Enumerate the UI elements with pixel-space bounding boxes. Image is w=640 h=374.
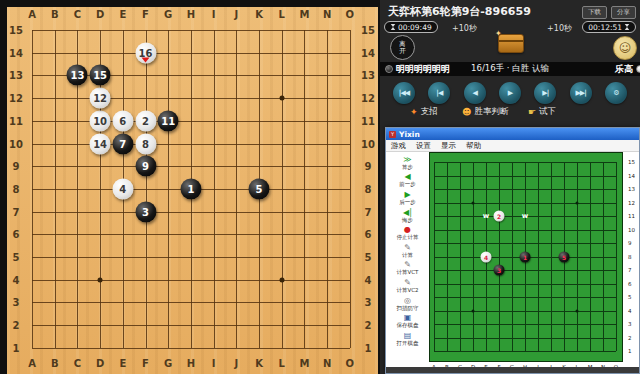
grid-line: [434, 338, 616, 339]
row-label: 11: [361, 115, 375, 126]
toolbar-label: 后一步: [399, 199, 416, 205]
toolbar-算步[interactable]: ≫算步: [386, 154, 429, 172]
grid-line: [32, 348, 350, 349]
stone: 7: [112, 133, 133, 154]
magnifier-icon: ◎: [404, 297, 411, 305]
row-label: 1: [365, 342, 372, 353]
row-label: 1: [628, 348, 632, 354]
grid-line: [590, 162, 591, 351]
row-label: 15: [628, 159, 635, 165]
winrate-button[interactable]: ☻胜率判断: [462, 106, 508, 118]
toolbar-label: 悔步: [402, 217, 413, 223]
grid-line: [32, 234, 350, 235]
prev-move-icon: ◀: [472, 89, 476, 97]
row-label: 9: [628, 240, 632, 246]
row-label: 12: [361, 93, 375, 104]
pencil-icon: ✎: [404, 261, 411, 269]
stone: 14: [90, 133, 111, 154]
column-label: D: [96, 358, 104, 369]
toolbar-停止计算[interactable]: ●停止计算: [386, 224, 429, 242]
row-label: 3: [365, 297, 372, 308]
toolbar-计算VCT[interactable]: ✎计算VCT: [386, 260, 429, 278]
white-stone-icon: [636, 65, 640, 73]
column-label: C: [74, 9, 81, 20]
prev-step-icon: ◀: [404, 173, 410, 181]
toolbar-扫描防守[interactable]: ◎扫描防守: [386, 295, 429, 313]
grid-line: [282, 30, 283, 348]
grid-line: [304, 30, 305, 348]
prev-move-button[interactable]: ◀: [464, 82, 486, 104]
stone: 5: [249, 178, 270, 199]
column-label: M: [299, 9, 309, 20]
try-move-button[interactable]: ☛试下: [528, 106, 556, 118]
grid-line: [434, 311, 616, 312]
white-player-avatar: ☺: [613, 36, 637, 60]
row-label: 12: [628, 200, 635, 206]
grid-line: [350, 30, 351, 348]
star-point: [98, 277, 103, 282]
row-label: 13: [9, 70, 23, 81]
row-label: 2: [365, 320, 372, 331]
yixin-window: Y Yixin 游戏设置显示帮助 ≫算步◀前一步▶后一步◀|悔步●停止计算✎计算…: [385, 127, 640, 374]
white-player-name: 乐高: [615, 63, 633, 76]
replay-controls: |◀◀|◀◀▶▶|▶▶|⚙: [380, 80, 640, 106]
grid-line: [434, 297, 616, 298]
toolbar-悔步[interactable]: ◀|悔步: [386, 207, 429, 225]
column-label: N: [323, 9, 331, 20]
stone: 6: [112, 110, 133, 131]
column-label: B: [51, 9, 59, 20]
column-label: D: [96, 9, 104, 20]
toolbar-label: 算步: [402, 164, 413, 170]
toolbar-计算[interactable]: ✎计算: [386, 242, 429, 260]
row-label: 6: [628, 281, 632, 287]
row-label: 2: [628, 335, 632, 341]
row-label: 12: [9, 93, 23, 104]
match-title: 天弈杯第6轮第9台-896659: [388, 4, 531, 19]
column-label: K: [255, 358, 263, 369]
toolbar-label: 计算VCT: [397, 269, 419, 275]
grid-line: [214, 30, 215, 348]
column-label: M: [299, 358, 309, 369]
yixin-statusbar: [386, 367, 639, 373]
toolbar-label: 停止计算: [397, 234, 419, 240]
share-button[interactable]: 分享: [611, 6, 636, 19]
stone: 13: [67, 65, 88, 86]
treasure-chest-icon: ✦: [498, 34, 524, 53]
column-label: H: [187, 9, 195, 20]
white-timer: 00:12:51: [582, 21, 636, 33]
match-panel: 天弈杯第6轮第9台-896659 下载 分享 00:09:49 +10秒 +10…: [380, 0, 640, 374]
undo-step-icon: ◀|: [403, 209, 412, 217]
action-label: 胜率判断: [474, 106, 508, 118]
toolbar-打开棋盘[interactable]: ▤打开棋盘: [386, 330, 429, 348]
stone: 9: [135, 156, 156, 177]
column-label: L: [279, 9, 285, 20]
yixin-app-icon: Y: [389, 131, 396, 138]
grid-line: [616, 162, 617, 351]
yixin-titlebar[interactable]: Y Yixin: [386, 128, 639, 140]
action-label: 支招: [421, 106, 438, 118]
players-bar: 明明明明明明 16/16手 · 白胜 认输 乐高: [380, 62, 640, 76]
row-label: 5: [365, 252, 372, 263]
black-player-name: 明明明明明明: [396, 63, 450, 76]
column-label: N: [323, 358, 331, 369]
stone: 2: [494, 211, 505, 222]
row-label: 2: [13, 320, 20, 331]
play-button[interactable]: ▶: [499, 82, 521, 104]
stone: 3: [135, 201, 156, 222]
skip-to-start-icon: |◀◀: [399, 89, 409, 97]
open-icon: ▤: [404, 332, 412, 340]
grid-line: [538, 162, 539, 351]
grid-line: [434, 351, 616, 352]
stone: 5: [559, 251, 570, 262]
grid-line: [434, 270, 616, 271]
toolbar-label: 计算: [402, 252, 413, 258]
row-label: 10: [628, 227, 635, 233]
stone: 4: [112, 178, 133, 199]
pencil-icon: ✎: [404, 244, 411, 252]
column-label: L: [279, 358, 285, 369]
spark-icon: ✦: [410, 107, 418, 117]
row-label: 14: [9, 47, 23, 58]
row-label: 5: [628, 294, 632, 300]
last-move-marker: [142, 57, 150, 62]
grid-line: [603, 162, 604, 351]
stone: 15: [90, 65, 111, 86]
row-label: 7: [365, 206, 372, 217]
back-mark-icon: |◀: [436, 89, 442, 97]
menu-item-1[interactable]: 设置: [416, 141, 431, 151]
stone: 8: [135, 133, 156, 154]
grid-line: [32, 212, 350, 213]
away-status: 离开: [399, 41, 407, 55]
next-move-icon: ▶|: [542, 89, 548, 97]
row-label: 13: [628, 186, 635, 192]
menu-item-2[interactable]: 显示: [441, 141, 456, 151]
row-label: 8: [365, 183, 372, 194]
grid-line: [236, 30, 237, 348]
column-label: G: [164, 9, 172, 20]
toolbar-后一步[interactable]: ▶后一步: [386, 189, 429, 207]
menu-item-0[interactable]: 游戏: [391, 141, 406, 151]
hourglass-icon: [390, 23, 396, 31]
row-label: 8: [13, 183, 20, 194]
row-label: 10: [361, 138, 375, 149]
column-label: A: [28, 9, 36, 20]
row-label: 3: [13, 297, 20, 308]
row-label: 4: [628, 308, 632, 314]
yixin-window-title: Yixin: [399, 130, 420, 139]
hourglass-icon: [624, 23, 630, 31]
black-timer: 00:09:49: [384, 21, 438, 33]
stone: 1: [520, 251, 531, 262]
white-increment: +10秒: [547, 23, 572, 34]
row-label: 6: [13, 229, 20, 240]
row-label: 15: [361, 25, 375, 36]
column-label: J: [234, 9, 238, 20]
candidate-mark: w: [483, 212, 489, 220]
star-point: [279, 96, 284, 101]
grid-line: [551, 162, 552, 351]
row-label: 11: [628, 213, 635, 219]
hint-button[interactable]: ✦支招: [410, 106, 438, 118]
app-window: AABBCCDDEEFFGGHHIIJJKKLLMMNNOO1515141413…: [0, 0, 640, 374]
sparkle-icon: ✦: [495, 29, 502, 38]
row-label: 13: [361, 70, 375, 81]
row-label: 3: [628, 321, 632, 327]
yixin-board[interactable]: ww12345: [429, 152, 623, 362]
grid-line: [577, 162, 578, 351]
row-label: 9: [13, 161, 20, 172]
column-label: C: [74, 358, 81, 369]
column-label: I: [212, 358, 216, 369]
yixin-menubar: 游戏设置显示帮助: [386, 140, 639, 152]
black-stone-icon: [385, 65, 393, 73]
grid-line: [32, 325, 350, 326]
row-label: 15: [9, 25, 23, 36]
stone: 16: [135, 42, 156, 63]
grid-line: [32, 257, 350, 258]
grid-line: [434, 324, 616, 325]
star-point: [472, 309, 475, 312]
toolbar-label: 打开棋盘: [397, 340, 419, 346]
action-label: 试下: [539, 106, 556, 118]
grid-line: [434, 284, 616, 285]
row-label: 8: [628, 254, 632, 260]
grid-line: [32, 302, 350, 303]
black-increment: +10秒: [452, 23, 477, 34]
skip-to-start-button[interactable]: |◀◀: [393, 82, 415, 104]
column-label: J: [234, 358, 238, 369]
column-label: F: [142, 358, 149, 369]
gear-icon: ⚙: [613, 89, 618, 97]
row-label: 9: [365, 161, 372, 172]
column-label: B: [51, 358, 59, 369]
star-point: [576, 201, 579, 204]
column-label: F: [142, 9, 149, 20]
back-mark-button[interactable]: |◀: [428, 82, 450, 104]
skip-to-end-button[interactable]: ▶▶|: [570, 82, 592, 104]
column-label: I: [212, 9, 216, 20]
skip-to-end-icon: ▶▶|: [575, 89, 585, 97]
candidate-mark: w: [522, 212, 528, 220]
row-label: 14: [628, 173, 635, 179]
fast-forward-icon: ≫: [403, 156, 411, 164]
person-icon: ☻: [462, 107, 471, 117]
stone: 1: [180, 178, 201, 199]
game-result-text: 16/16手 · 白胜 认输: [471, 63, 549, 75]
grid-line: [32, 280, 350, 281]
next-move-button[interactable]: ▶|: [534, 82, 556, 104]
stone: 10: [90, 110, 111, 131]
stone: 2: [135, 110, 156, 131]
toolbar-保存棋盘[interactable]: ▣保存棋盘: [386, 312, 429, 330]
play-icon: ▶: [508, 89, 512, 97]
star-point: [279, 277, 284, 282]
row-label: 7: [13, 206, 20, 217]
toolbar-label: 保存棋盘: [397, 322, 419, 328]
grid-line: [327, 30, 328, 348]
stop-icon: ●: [404, 226, 411, 234]
pencil-icon: ✎: [404, 279, 411, 287]
toolbar-前一步[interactable]: ◀前一步: [386, 172, 429, 190]
main-board-panel: AABBCCDDEEFFGGHHIIJJKKLLMMNNOO1515141413…: [0, 0, 380, 374]
toolbar-label: 前一步: [399, 181, 416, 187]
row-label: 7: [628, 267, 632, 273]
stone: 12: [90, 88, 111, 109]
star-point: [472, 201, 475, 204]
row-label: 11: [9, 115, 23, 126]
stone: 11: [158, 110, 179, 131]
toolbar-label: 扫描防守: [397, 305, 419, 311]
stone: 4: [481, 251, 492, 262]
column-label: A: [28, 358, 36, 369]
toolbar-计算VC2[interactable]: ✎计算VC2: [386, 277, 429, 295]
black-player-avatar: 离开: [390, 35, 415, 60]
column-label: H: [187, 358, 195, 369]
action-buttons: ✦支招☻胜率判断☛试下: [380, 106, 640, 122]
column-label: E: [119, 9, 126, 20]
row-label: 14: [361, 47, 375, 58]
save-icon: ▣: [404, 314, 412, 322]
toolbar-label: 计算VC2: [396, 287, 418, 293]
yixin-body: ≫算步◀前一步▶后一步◀|悔步●停止计算✎计算✎计算VCT✎计算VC2◎扫描防守…: [386, 152, 639, 373]
menu-item-3[interactable]: 帮助: [466, 141, 481, 151]
row-label: 4: [13, 274, 20, 285]
column-label: O: [346, 9, 355, 20]
hand-icon: ☛: [528, 107, 536, 117]
next-step-icon: ▶: [404, 191, 410, 199]
row-label: 1: [13, 342, 20, 353]
row-label: 6: [365, 229, 372, 240]
column-label: E: [119, 358, 126, 369]
row-label: 4: [365, 274, 372, 285]
stone: 3: [494, 265, 505, 276]
yixin-toolbar: ≫算步◀前一步▶后一步◀|悔步●停止计算✎计算✎计算VCT✎计算VC2◎扫描防守…: [386, 154, 429, 366]
column-label: K: [255, 9, 263, 20]
star-point: [576, 309, 579, 312]
gear-button[interactable]: ⚙: [605, 82, 627, 104]
row-label: 10: [9, 138, 23, 149]
gomoku-board[interactable]: AABBCCDDEEFFGGHHIIJJKKLLMMNNOO1515141413…: [7, 7, 378, 374]
row-label: 5: [13, 252, 20, 263]
download-button[interactable]: 下载: [582, 6, 607, 19]
column-label: G: [164, 358, 172, 369]
column-label: O: [346, 358, 355, 369]
